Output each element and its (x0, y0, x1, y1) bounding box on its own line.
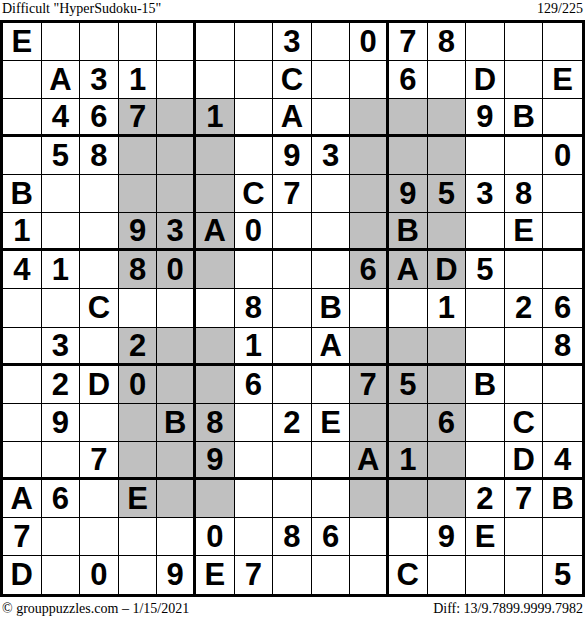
cell-r7c9[interactable] (312, 251, 351, 289)
cell-r6c5-hyper: 3 (157, 213, 196, 251)
cell-r4c2: 5 (42, 137, 81, 175)
cell-r2c15: E (543, 61, 582, 99)
cell-r12c14: D (505, 442, 544, 480)
cell-r4c14[interactable] (505, 137, 544, 175)
cell-r10c6-hyper[interactable] (196, 366, 235, 404)
cell-r10c14[interactable] (505, 366, 544, 404)
sudoku-grid: E3078A31C6DE4671A9B58930BC79538193A0BE41… (0, 20, 585, 597)
cell-r1c10: 0 (350, 23, 389, 61)
cell-r10c8[interactable] (273, 366, 312, 404)
cell-r13c7[interactable] (235, 480, 274, 518)
cell-r9c6-hyper[interactable] (196, 328, 235, 366)
cell-r11c2: 9 (42, 404, 81, 442)
cell-r11c12-hyper: 6 (428, 404, 467, 442)
cell-r4c1[interactable] (3, 137, 42, 175)
cell-r15c9[interactable] (312, 556, 351, 594)
cell-r6c10-hyper[interactable] (350, 213, 389, 251)
cell-r4c15: 0 (543, 137, 582, 175)
cell-r10c2: 2 (42, 366, 81, 404)
cell-r15c2[interactable] (42, 556, 81, 594)
cell-r4c7[interactable] (235, 137, 274, 175)
cell-r10c13: B (466, 366, 505, 404)
cell-r3c14: B (505, 99, 544, 137)
cell-r15c14[interactable] (505, 556, 544, 594)
cell-r1c4[interactable] (119, 23, 158, 61)
cell-r5c12-hyper: 5 (428, 175, 467, 213)
cell-r8c1[interactable] (3, 289, 42, 327)
cell-r3c13: 9 (466, 99, 505, 137)
cell-r8c5[interactable] (157, 289, 196, 327)
cell-r9c14[interactable] (505, 328, 544, 366)
cell-r5c10-hyper[interactable] (350, 175, 389, 213)
cell-r2c11: 6 (389, 61, 428, 99)
cell-r1c2[interactable] (42, 23, 81, 61)
cell-r12c12-hyper[interactable] (428, 442, 467, 480)
cell-r15c1: D (3, 556, 42, 594)
cell-r11c1[interactable] (3, 404, 42, 442)
cell-r7c13: 5 (466, 251, 505, 289)
cell-r5c14: 8 (505, 175, 544, 213)
cell-r11c6-hyper: 8 (196, 404, 235, 442)
cell-r7c14[interactable] (505, 251, 544, 289)
cell-r6c12-hyper[interactable] (428, 213, 467, 251)
cell-r8c12: 1 (428, 289, 467, 327)
cell-r7c4-hyper: 8 (119, 251, 158, 289)
cell-r5c5-hyper[interactable] (157, 175, 196, 213)
cell-r6c3[interactable] (80, 213, 119, 251)
cell-r13c15: B (543, 480, 582, 518)
cell-r10c5-hyper[interactable] (157, 366, 196, 404)
cell-r12c6-hyper: 9 (196, 442, 235, 480)
cell-r15c7: 7 (235, 556, 274, 594)
cell-r8c10[interactable] (350, 289, 389, 327)
cell-r9c3[interactable] (80, 328, 119, 366)
puzzle-title: Difficult "HyperSudoku-15" (2, 1, 161, 17)
cell-r10c4-hyper: 0 (119, 366, 158, 404)
cell-r12c7[interactable] (235, 442, 274, 480)
cell-r13c13: 2 (466, 480, 505, 518)
cell-r7c12-hyper: D (428, 251, 467, 289)
cell-r1c1: E (3, 23, 42, 61)
cell-r8c11[interactable] (389, 289, 428, 327)
cell-r9c7: 1 (235, 328, 274, 366)
cell-r12c2[interactable] (42, 442, 81, 480)
cell-r2c6[interactable] (196, 61, 235, 99)
cell-r2c12[interactable] (428, 61, 467, 99)
cell-r15c10[interactable] (350, 556, 389, 594)
cell-r9c4-hyper: 2 (119, 328, 158, 366)
cell-r6c1: 1 (3, 213, 42, 251)
cell-r15c11: C (389, 556, 428, 594)
cell-r8c3: C (80, 289, 119, 327)
empty-cell-counter: 129/225 (537, 1, 583, 17)
cell-r5c1: B (3, 175, 42, 213)
cell-r10c10-hyper: 7 (350, 366, 389, 404)
cell-r15c12[interactable] (428, 556, 467, 594)
cell-r14c12: 9 (428, 518, 467, 556)
cell-r12c4-hyper[interactable] (119, 442, 158, 480)
cell-r7c1: 4 (3, 251, 42, 289)
cell-r6c11-hyper: B (389, 213, 428, 251)
cell-r6c2[interactable] (42, 213, 81, 251)
cell-r12c13[interactable] (466, 442, 505, 480)
cell-r8c7: 8 (235, 289, 274, 327)
cell-r15c3: 0 (80, 556, 119, 594)
cell-r4c8: 9 (273, 137, 312, 175)
cell-r1c13[interactable] (466, 23, 505, 61)
cell-r3c7[interactable] (235, 99, 274, 137)
cell-r5c13: 3 (466, 175, 505, 213)
cell-r7c6-hyper[interactable] (196, 251, 235, 289)
cell-r14c14[interactable] (505, 518, 544, 556)
cell-r13c1: A (3, 480, 42, 518)
cell-r11c5-hyper: B (157, 404, 196, 442)
cell-r1c14[interactable] (505, 23, 544, 61)
cell-r12c3: 7 (80, 442, 119, 480)
cell-r5c6-hyper[interactable] (196, 175, 235, 213)
cell-r3c8: A (273, 99, 312, 137)
cell-r9c1[interactable] (3, 328, 42, 366)
cell-r2c8: C (273, 61, 312, 99)
cell-r6c7: 0 (235, 213, 274, 251)
cell-r11c11-hyper[interactable] (389, 404, 428, 442)
cell-r2c13: D (466, 61, 505, 99)
cell-r9c9: A (312, 328, 351, 366)
cell-r12c15: 4 (543, 442, 582, 480)
cell-r11c13[interactable] (466, 404, 505, 442)
cell-r7c8[interactable] (273, 251, 312, 289)
cell-r13c14: 7 (505, 480, 544, 518)
cell-r1c7[interactable] (235, 23, 274, 61)
cell-r12c10-hyper: A (350, 442, 389, 480)
cell-r13c2: 6 (42, 480, 81, 518)
cell-r10c1[interactable] (3, 366, 42, 404)
cell-r14c13: E (466, 518, 505, 556)
cell-r2c1[interactable] (3, 61, 42, 99)
cell-r1c12: 8 (428, 23, 467, 61)
cell-r8c4[interactable] (119, 289, 158, 327)
cell-r14c5[interactable] (157, 518, 196, 556)
cell-r14c10[interactable] (350, 518, 389, 556)
header: Difficult "HyperSudoku-15" 129/225 (0, 0, 585, 20)
cell-r9c2: 3 (42, 328, 81, 366)
copyright-text: © grouppuzzles.com – 1/15/2021 (2, 601, 189, 617)
cell-r13c4-hyper: E (119, 480, 158, 518)
cell-r14c4[interactable] (119, 518, 158, 556)
cell-r3c11-hyper[interactable] (389, 99, 428, 137)
cell-r5c3[interactable] (80, 175, 119, 213)
cell-r1c11: 7 (389, 23, 428, 61)
cell-r9c13[interactable] (466, 328, 505, 366)
cell-r11c15[interactable] (543, 404, 582, 442)
cell-r4c4-hyper[interactable] (119, 137, 158, 175)
cell-r3c2: 4 (42, 99, 81, 137)
cell-r10c7: 6 (235, 366, 274, 404)
cell-r14c7[interactable] (235, 518, 274, 556)
cell-r7c2: 1 (42, 251, 81, 289)
cell-r3c15[interactable] (543, 99, 582, 137)
cell-r4c6-hyper[interactable] (196, 137, 235, 175)
cell-r14c2[interactable] (42, 518, 81, 556)
cell-r11c9: E (312, 404, 351, 442)
cell-r2c10[interactable] (350, 61, 389, 99)
cell-r14c15[interactable] (543, 518, 582, 556)
cell-r4c11-hyper[interactable] (389, 137, 428, 175)
difficulty-rating: Diff: 13/9.7899.9999.7982 (433, 601, 583, 617)
cell-r4c12-hyper[interactable] (428, 137, 467, 175)
cell-r1c15[interactable] (543, 23, 582, 61)
cell-r5c4-hyper[interactable] (119, 175, 158, 213)
cell-r6c15[interactable] (543, 213, 582, 251)
cell-r7c11-hyper: A (389, 251, 428, 289)
cell-r7c5-hyper: 0 (157, 251, 196, 289)
cell-r6c9[interactable] (312, 213, 351, 251)
cell-r11c10-hyper[interactable] (350, 404, 389, 442)
cell-r3c5-hyper[interactable] (157, 99, 196, 137)
cell-r13c5-hyper[interactable] (157, 480, 196, 518)
cell-r2c14[interactable] (505, 61, 544, 99)
cell-r15c8[interactable] (273, 556, 312, 594)
cell-r2c5[interactable] (157, 61, 196, 99)
cell-r6c14: E (505, 213, 544, 251)
cell-r11c14: C (505, 404, 544, 442)
cell-r2c4: 1 (119, 61, 158, 99)
cell-r8c15: 6 (543, 289, 582, 327)
footer: © grouppuzzles.com – 1/15/2021 Diff: 13/… (0, 597, 585, 619)
cell-r2c2: A (42, 61, 81, 99)
cell-r14c8: 8 (273, 518, 312, 556)
cell-r4c13[interactable] (466, 137, 505, 175)
cell-r12c1[interactable] (3, 442, 42, 480)
cell-r1c3[interactable] (80, 23, 119, 61)
cell-r6c4-hyper: 9 (119, 213, 158, 251)
cell-r11c8: 2 (273, 404, 312, 442)
cell-r1c8: 3 (273, 23, 312, 61)
cell-r13c6-hyper[interactable] (196, 480, 235, 518)
cell-r13c12-hyper[interactable] (428, 480, 467, 518)
cell-r2c7[interactable] (235, 61, 274, 99)
cell-r3c1[interactable] (3, 99, 42, 137)
cell-r3c12-hyper[interactable] (428, 99, 467, 137)
cell-r9c11-hyper[interactable] (389, 328, 428, 366)
cell-r5c9[interactable] (312, 175, 351, 213)
cell-r4c9: 3 (312, 137, 351, 175)
cell-r3c3: 6 (80, 99, 119, 137)
cell-r12c5-hyper[interactable] (157, 442, 196, 480)
cell-r4c10-hyper[interactable] (350, 137, 389, 175)
cell-r1c9[interactable] (312, 23, 351, 61)
cell-r13c8[interactable] (273, 480, 312, 518)
cell-r11c3[interactable] (80, 404, 119, 442)
cell-r14c9: 6 (312, 518, 351, 556)
cell-r7c3[interactable] (80, 251, 119, 289)
cell-r7c7[interactable] (235, 251, 274, 289)
cell-r10c11-hyper: 5 (389, 366, 428, 404)
cell-r10c15[interactable] (543, 366, 582, 404)
cell-r5c2[interactable] (42, 175, 81, 213)
cell-r8c8[interactable] (273, 289, 312, 327)
cell-r2c3: 3 (80, 61, 119, 99)
cell-r5c11-hyper: 9 (389, 175, 428, 213)
cell-r6c13[interactable] (466, 213, 505, 251)
cell-r15c4[interactable] (119, 556, 158, 594)
cell-r4c3: 8 (80, 137, 119, 175)
cell-r7c10-hyper: 6 (350, 251, 389, 289)
cell-r15c5: 9 (157, 556, 196, 594)
cell-r12c8[interactable] (273, 442, 312, 480)
cell-r13c10-hyper[interactable] (350, 480, 389, 518)
cell-r12c9[interactable] (312, 442, 351, 480)
cell-r14c6: 0 (196, 518, 235, 556)
cell-r8c2[interactable] (42, 289, 81, 327)
cell-r9c5-hyper[interactable] (157, 328, 196, 366)
cell-r3c9[interactable] (312, 99, 351, 137)
cell-r14c11[interactable] (389, 518, 428, 556)
cell-r8c9: B (312, 289, 351, 327)
cell-r13c11-hyper[interactable] (389, 480, 428, 518)
cell-r6c8[interactable] (273, 213, 312, 251)
cell-r8c14: 2 (505, 289, 544, 327)
cell-r10c9[interactable] (312, 366, 351, 404)
cell-r9c15: 8 (543, 328, 582, 366)
cell-r15c6: E (196, 556, 235, 594)
cell-r15c13[interactable] (466, 556, 505, 594)
cell-r4c5-hyper[interactable] (157, 137, 196, 175)
cell-r11c7[interactable] (235, 404, 274, 442)
cell-r14c3[interactable] (80, 518, 119, 556)
cell-r3c4-hyper: 7 (119, 99, 158, 137)
cell-r5c15[interactable] (543, 175, 582, 213)
cell-r1c5[interactable] (157, 23, 196, 61)
cell-r11c4-hyper[interactable] (119, 404, 158, 442)
cell-r1c6[interactable] (196, 23, 235, 61)
cell-r5c7: C (235, 175, 274, 213)
cell-r9c10-hyper[interactable] (350, 328, 389, 366)
puzzle-page: Difficult "HyperSudoku-15" 129/225 E3078… (0, 0, 585, 619)
cell-r3c10-hyper[interactable] (350, 99, 389, 137)
cell-r13c9[interactable] (312, 480, 351, 518)
cell-r7c15[interactable] (543, 251, 582, 289)
cell-r6c6-hyper: A (196, 213, 235, 251)
cell-r14c1: 7 (3, 518, 42, 556)
cell-r8c6[interactable] (196, 289, 235, 327)
cell-r10c12-hyper[interactable] (428, 366, 467, 404)
cell-r5c8: 7 (273, 175, 312, 213)
cell-r3c6-hyper: 1 (196, 99, 235, 137)
cell-r15c15: 5 (543, 556, 582, 594)
cell-r9c8[interactable] (273, 328, 312, 366)
cell-r12c11-hyper: 1 (389, 442, 428, 480)
cell-r10c3: D (80, 366, 119, 404)
cell-r9c12-hyper[interactable] (428, 328, 467, 366)
cell-r13c3[interactable] (80, 480, 119, 518)
cell-r2c9[interactable] (312, 61, 351, 99)
cell-r8c13[interactable] (466, 289, 505, 327)
